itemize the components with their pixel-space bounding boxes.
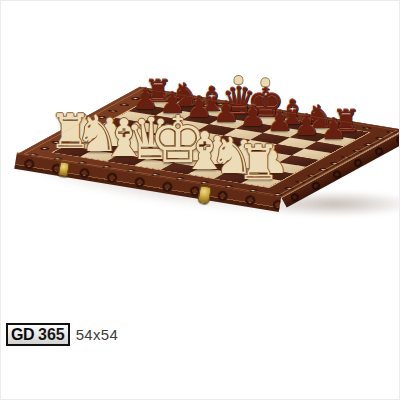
piece-white-rook[interactable]: ♜ [237,137,280,185]
product-code-box: GD 365 [6,323,70,346]
brass-clasp-center [197,185,212,205]
product-code-badge: GD 365 54x54 [6,323,118,346]
square-h1[interactable]: ♜ [242,176,281,187]
piece-black-pawn[interactable]: ♟ [293,111,319,140]
brass-clasp-left [58,161,70,177]
product-code-prefix: GD [11,326,34,344]
carved-crown-detail [260,77,270,87]
piece-black-pawn[interactable]: ♟ [267,106,293,135]
product-photo: ♜♞♝♛♚♝♞♜♟♟♟♟♟♟♟♟♟♟♟♟♟♟♟♟♜♞♝♛♚♝♞♜ GD 365 … [0,0,400,400]
carved-crown-detail [233,75,243,85]
product-code-number: 365 [38,326,65,344]
piece-black-pawn[interactable]: ♟ [320,115,346,144]
chess-board: ♜♞♝♛♚♝♞♜♟♟♟♟♟♟♟♟♟♟♟♟♟♟♟♟♜♞♝♛♚♝♞♜ [17,87,400,197]
product-dimensions: 54x54 [76,326,118,343]
